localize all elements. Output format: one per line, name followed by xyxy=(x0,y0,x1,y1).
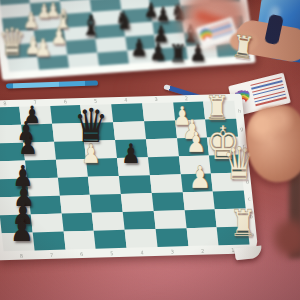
coordinate-label: 8 xyxy=(3,101,7,106)
square-c3 xyxy=(152,192,185,211)
square-c5 xyxy=(90,194,123,213)
square-d2 xyxy=(180,173,213,192)
square-g1 xyxy=(205,119,238,138)
square-d8 xyxy=(0,179,29,198)
square-h5 xyxy=(80,104,113,123)
square-e5 xyxy=(86,158,119,177)
child-hand xyxy=(230,31,258,52)
square-f4 xyxy=(115,139,148,158)
coordinate-label: 5 xyxy=(110,251,114,256)
square-d6 xyxy=(57,177,90,196)
coordinate-label: 8 xyxy=(19,254,23,259)
square-f5 xyxy=(84,140,117,159)
square-h6 xyxy=(50,105,83,124)
square-g3 xyxy=(144,120,177,139)
square-e3 xyxy=(148,156,181,175)
square-c7 xyxy=(29,196,62,215)
coordinate-label: g xyxy=(240,126,244,131)
square-a3 xyxy=(155,228,188,247)
coordinate-label: 6 xyxy=(80,252,84,257)
blurred-shadow xyxy=(274,220,300,256)
coordinate-label: h xyxy=(238,109,242,114)
square-d1 xyxy=(211,173,244,192)
main-chessboard: 87654321 87654321 hgfedcba hgfedcba xyxy=(0,94,258,261)
square xyxy=(97,50,129,65)
square-e7 xyxy=(25,160,58,179)
square-d7 xyxy=(27,178,60,197)
square-h8 xyxy=(0,107,21,126)
square-a8 xyxy=(2,232,35,251)
square-h2 xyxy=(173,102,206,121)
coordinate-label: 7 xyxy=(33,100,37,105)
square-a4 xyxy=(125,229,158,248)
square-b3 xyxy=(153,210,186,229)
coordinate-label: 2 xyxy=(201,249,205,254)
square-g4 xyxy=(113,121,146,140)
coordinate-label: 5 xyxy=(94,99,98,104)
coordinate-label: b xyxy=(249,214,253,219)
square-c8 xyxy=(0,197,31,216)
square-g8 xyxy=(0,125,23,144)
chess-tournament-photo: ♛♟♟♟♝♟♟♟♝♞♟♟♟♞♟♝♟♜♟ ♜ 87654321 87654321 … xyxy=(0,0,300,300)
square-e6 xyxy=(55,159,88,178)
coordinate-label: d xyxy=(245,179,249,184)
square-c6 xyxy=(59,195,92,214)
square-f7 xyxy=(23,142,56,161)
coordinate-label: 1 xyxy=(215,95,219,100)
square xyxy=(37,54,69,69)
coordinate-label: a xyxy=(251,232,255,237)
square-d3 xyxy=(150,174,183,193)
square-c1 xyxy=(213,191,246,210)
square-b6 xyxy=(61,213,94,232)
square-b2 xyxy=(184,209,217,228)
square-e4 xyxy=(117,157,150,176)
square-g2 xyxy=(175,120,208,139)
square-a5 xyxy=(94,230,127,249)
square-g7 xyxy=(21,124,54,143)
coordinate-label: 7 xyxy=(50,253,54,258)
coordinate-label: 2 xyxy=(185,96,189,101)
square-a7 xyxy=(32,232,65,251)
square-h3 xyxy=(142,102,175,121)
card-text-lines xyxy=(250,77,287,107)
coordinate-label: 4 xyxy=(124,98,128,103)
square-c2 xyxy=(182,191,215,210)
square xyxy=(156,46,188,61)
coordinate-label: 3 xyxy=(171,249,175,254)
square-b4 xyxy=(123,211,156,230)
square-g5 xyxy=(82,122,115,141)
square-h7 xyxy=(19,106,52,125)
square-a2 xyxy=(186,227,219,246)
square xyxy=(127,48,159,63)
coordinate-label: c xyxy=(248,197,251,202)
square-e1 xyxy=(209,155,242,174)
square-f3 xyxy=(146,138,179,157)
square-e2 xyxy=(178,155,211,174)
coordinate-label: e xyxy=(244,162,248,167)
square-d4 xyxy=(119,175,152,194)
square-f1 xyxy=(207,137,240,156)
square xyxy=(7,56,39,71)
square-f6 xyxy=(54,141,87,160)
square-f2 xyxy=(177,138,210,157)
coordinate-label: 6 xyxy=(64,99,68,104)
square-g6 xyxy=(52,123,85,142)
coordinate-label: f xyxy=(242,144,244,149)
square-b8 xyxy=(0,214,32,233)
square-a1 xyxy=(217,226,250,245)
square-f8 xyxy=(0,143,25,162)
square-b5 xyxy=(92,212,125,231)
square-b1 xyxy=(215,208,248,227)
coordinate-label: 3 xyxy=(154,97,158,102)
square-d5 xyxy=(88,176,121,195)
main-board-squares xyxy=(0,101,250,251)
square-c4 xyxy=(121,193,154,212)
square-h4 xyxy=(111,103,144,122)
square-e8 xyxy=(0,161,27,180)
square-h1 xyxy=(203,101,236,120)
coordinate-label: 4 xyxy=(140,250,144,255)
square-b7 xyxy=(31,214,64,233)
square-a6 xyxy=(63,231,96,250)
square xyxy=(67,52,99,67)
